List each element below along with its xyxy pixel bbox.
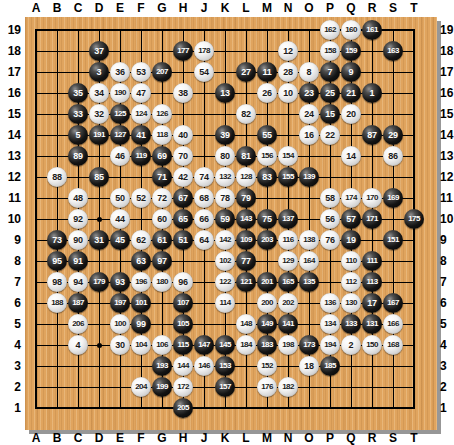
stone-E16[interactable]: 190 — [110, 83, 130, 103]
stone-N17[interactable]: 28 — [278, 62, 298, 82]
stone-H11[interactable]: 67 — [173, 188, 193, 208]
stone-C11[interactable]: 48 — [68, 188, 88, 208]
stone-G2[interactable]: 199 — [152, 377, 172, 397]
stone-Q8[interactable]: 110 — [341, 251, 361, 271]
stone-J10[interactable]: 66 — [194, 209, 214, 229]
stone-N9[interactable]: 116 — [278, 230, 298, 250]
stone-J17[interactable]: 54 — [194, 62, 214, 82]
stone-S6[interactable]: 167 — [383, 293, 403, 313]
move-number: 130 — [345, 299, 357, 307]
move-number: 81 — [241, 152, 251, 161]
move-number: 134 — [324, 320, 336, 328]
move-number: 171 — [366, 215, 378, 223]
stone-P3[interactable]: 185 — [320, 356, 340, 376]
move-number: 156 — [261, 152, 273, 160]
stone-Q11[interactable]: 174 — [341, 188, 361, 208]
stone-K11[interactable]: 78 — [215, 188, 235, 208]
move-number: 79 — [241, 194, 251, 203]
row-label-left-10: 10 — [0, 212, 21, 226]
stone-S18[interactable]: 163 — [383, 41, 403, 61]
stone-K6[interactable]: 114 — [215, 293, 235, 313]
move-number: 82 — [241, 110, 251, 119]
row-label-left-5: 5 — [0, 317, 21, 331]
stone-K3[interactable]: 153 — [215, 356, 235, 376]
move-number: 20 — [346, 110, 356, 119]
stone-E17[interactable]: 36 — [110, 62, 130, 82]
stone-H16[interactable]: 38 — [173, 83, 193, 103]
stone-P16[interactable]: 25 — [320, 83, 340, 103]
stone-B6[interactable]: 188 — [47, 293, 67, 313]
stone-S9[interactable]: 151 — [383, 230, 403, 250]
move-number: 17 — [367, 299, 377, 308]
stone-H12[interactable]: 42 — [173, 167, 193, 187]
move-number: 162 — [324, 26, 336, 34]
move-number: 57 — [346, 215, 356, 224]
stone-P19[interactable]: 162 — [320, 20, 340, 40]
move-number: 101 — [135, 299, 147, 307]
stone-M3[interactable]: 152 — [257, 356, 277, 376]
move-number: 73 — [52, 236, 62, 245]
stone-P14[interactable]: 22 — [320, 125, 340, 145]
move-number: 158 — [324, 47, 336, 55]
stone-P5[interactable]: 134 — [320, 314, 340, 334]
stone-M14[interactable]: 55 — [257, 125, 277, 145]
move-number: 154 — [282, 152, 294, 160]
stone-R11[interactable]: 170 — [362, 188, 382, 208]
stone-M13[interactable]: 156 — [257, 146, 277, 166]
stone-G8[interactable]: 97 — [152, 251, 172, 271]
stone-M7[interactable]: 201 — [257, 272, 277, 292]
stone-E6[interactable]: 197 — [110, 293, 130, 313]
stone-Q5[interactable]: 133 — [341, 314, 361, 334]
move-number: 174 — [345, 194, 357, 202]
move-number: 170 — [366, 194, 378, 202]
stone-H2[interactable]: 172 — [173, 377, 193, 397]
stone-L11[interactable]: 79 — [236, 188, 256, 208]
stone-L5[interactable]: 148 — [236, 314, 256, 334]
move-number: 92 — [73, 215, 83, 224]
stone-E5[interactable]: 100 — [110, 314, 130, 334]
stone-T10[interactable]: 175 — [404, 209, 424, 229]
stone-D7[interactable]: 179 — [89, 272, 109, 292]
stone-L4[interactable]: 184 — [236, 335, 256, 355]
stone-O16[interactable]: 23 — [299, 83, 319, 103]
stone-O7[interactable]: 135 — [299, 272, 319, 292]
stone-O8[interactable]: 164 — [299, 251, 319, 271]
stone-R10[interactable]: 171 — [362, 209, 382, 229]
stone-Q17[interactable]: 9 — [341, 62, 361, 82]
stone-N13[interactable]: 154 — [278, 146, 298, 166]
stone-L8[interactable]: 77 — [236, 251, 256, 271]
row-label-left-11: 11 — [0, 191, 21, 205]
stone-S11[interactable]: 169 — [383, 188, 403, 208]
move-number: 144 — [177, 362, 189, 370]
stone-N16[interactable]: 10 — [278, 83, 298, 103]
stone-F16[interactable]: 47 — [131, 83, 151, 103]
stone-R8[interactable]: 111 — [362, 251, 382, 271]
move-number: 59 — [220, 215, 230, 224]
stone-M16[interactable]: 26 — [257, 83, 277, 103]
move-number: 110 — [345, 257, 356, 265]
stone-C7[interactable]: 94 — [68, 272, 88, 292]
stone-E9[interactable]: 45 — [110, 230, 130, 250]
move-number: 65 — [178, 215, 188, 224]
col-label-top-K: K — [215, 1, 235, 15]
stone-M10[interactable]: 75 — [257, 209, 277, 229]
move-number: 38 — [178, 89, 188, 98]
move-number: 8 — [307, 68, 312, 77]
col-label-top-E: E — [110, 1, 130, 15]
move-number: 178 — [198, 47, 210, 55]
move-number: 94 — [73, 278, 83, 287]
move-number: 34 — [94, 89, 104, 98]
stone-N10[interactable]: 137 — [278, 209, 298, 229]
move-number: 104 — [135, 341, 147, 349]
move-number: 137 — [282, 215, 294, 223]
stone-C8[interactable]: 91 — [68, 251, 88, 271]
stone-O9[interactable]: 138 — [299, 230, 319, 250]
stone-E15[interactable]: 125 — [110, 104, 130, 124]
stone-J11[interactable]: 68 — [194, 188, 214, 208]
stone-E10[interactable]: 44 — [110, 209, 130, 229]
stone-H1[interactable]: 205 — [173, 398, 193, 418]
stone-E11[interactable]: 50 — [110, 188, 130, 208]
go-board[interactable]: 1234578910111213141516171819202122232425… — [25, 17, 437, 430]
stone-D14[interactable]: 191 — [89, 125, 109, 145]
stone-C6[interactable]: 187 — [68, 293, 88, 313]
stone-O15[interactable]: 24 — [299, 104, 319, 124]
stone-K10[interactable]: 59 — [215, 209, 235, 229]
stone-Q9[interactable]: 19 — [341, 230, 361, 250]
move-number: 60 — [157, 215, 167, 224]
stone-S4[interactable]: 168 — [383, 335, 403, 355]
move-number: 146 — [198, 362, 210, 370]
stone-F13[interactable]: 119 — [131, 146, 151, 166]
stone-C15[interactable]: 33 — [68, 104, 88, 124]
stone-H14[interactable]: 40 — [173, 125, 193, 145]
move-number: 36 — [115, 68, 125, 77]
stone-H9[interactable]: 51 — [173, 230, 193, 250]
move-number: 56 — [325, 215, 335, 224]
move-number: 205 — [177, 404, 189, 412]
stone-Q16[interactable]: 21 — [341, 83, 361, 103]
move-number: 31 — [94, 236, 104, 245]
stone-J12[interactable]: 74 — [194, 167, 214, 187]
stone-Q4[interactable]: 2 — [341, 335, 361, 355]
move-number: 83 — [262, 173, 272, 182]
move-number: 141 — [282, 320, 294, 328]
move-number: 143 — [240, 215, 252, 223]
stone-H5[interactable]: 105 — [173, 314, 193, 334]
stone-C9[interactable]: 90 — [68, 230, 88, 250]
move-number: 112 — [345, 278, 356, 286]
move-number: 54 — [199, 68, 209, 77]
col-label-bottom-B: B — [47, 431, 67, 445]
stone-G7[interactable]: 180 — [152, 272, 172, 292]
move-number: 67 — [178, 194, 188, 203]
stone-G11[interactable]: 72 — [152, 188, 172, 208]
stone-K16[interactable]: 13 — [215, 83, 235, 103]
stone-O17[interactable]: 8 — [299, 62, 319, 82]
stone-N7[interactable]: 165 — [278, 272, 298, 292]
stone-P6[interactable]: 136 — [320, 293, 340, 313]
stone-M5[interactable]: 149 — [257, 314, 277, 334]
move-number: 164 — [303, 257, 315, 265]
stone-R14[interactable]: 87 — [362, 125, 382, 145]
stone-H7[interactable]: 96 — [173, 272, 193, 292]
stone-K4[interactable]: 145 — [215, 335, 235, 355]
stone-N18[interactable]: 12 — [278, 41, 298, 61]
col-label-top-P: P — [320, 1, 340, 15]
stone-F6[interactable]: 101 — [131, 293, 151, 313]
stone-O4[interactable]: 173 — [299, 335, 319, 355]
move-number: 52 — [136, 194, 146, 203]
row-label-left-1: 1 — [0, 401, 21, 415]
stone-K2[interactable]: 157 — [215, 377, 235, 397]
move-number: 37 — [94, 47, 104, 56]
stone-M2[interactable]: 176 — [257, 377, 277, 397]
col-label-bottom-E: E — [110, 431, 130, 445]
move-number: 206 — [72, 320, 84, 328]
stone-N6[interactable]: 202 — [278, 293, 298, 313]
move-number: 2 — [349, 341, 354, 350]
stone-P9[interactable]: 76 — [320, 230, 340, 250]
stone-L10[interactable]: 143 — [236, 209, 256, 229]
stone-F4[interactable]: 104 — [131, 335, 151, 355]
stone-F11[interactable]: 52 — [131, 188, 151, 208]
stone-F7[interactable]: 196 — [131, 272, 151, 292]
stone-L17[interactable]: 27 — [236, 62, 256, 82]
stone-C5[interactable]: 206 — [68, 314, 88, 334]
stone-D17[interactable]: 3 — [89, 62, 109, 82]
move-number: 76 — [325, 236, 335, 245]
stone-P10[interactable]: 56 — [320, 209, 340, 229]
stone-C10[interactable]: 92 — [68, 209, 88, 229]
stone-F15[interactable]: 124 — [131, 104, 151, 124]
stone-R5[interactable]: 131 — [362, 314, 382, 334]
stone-R6[interactable]: 17 — [362, 293, 382, 313]
stone-J18[interactable]: 178 — [194, 41, 214, 61]
move-number: 72 — [157, 194, 167, 203]
stone-F2[interactable]: 204 — [131, 377, 151, 397]
stone-H4[interactable]: 115 — [173, 335, 193, 355]
stone-O3[interactable]: 18 — [299, 356, 319, 376]
move-number: 153 — [219, 362, 231, 370]
stone-P4[interactable]: 194 — [320, 335, 340, 355]
stone-Q6[interactable]: 130 — [341, 293, 361, 313]
stone-J4[interactable]: 147 — [194, 335, 214, 355]
stone-J9[interactable]: 64 — [194, 230, 214, 250]
stone-R4[interactable]: 150 — [362, 335, 382, 355]
stone-Q19[interactable]: 160 — [341, 20, 361, 40]
stone-K14[interactable]: 39 — [215, 125, 235, 145]
move-number: 80 — [220, 152, 230, 161]
stone-C14[interactable]: 5 — [68, 125, 88, 145]
stone-L13[interactable]: 81 — [236, 146, 256, 166]
stone-Q18[interactable]: 159 — [341, 41, 361, 61]
move-number: 41 — [136, 131, 146, 140]
stone-B7[interactable]: 98 — [47, 272, 67, 292]
stone-K8[interactable]: 102 — [215, 251, 235, 271]
stone-D9[interactable]: 31 — [89, 230, 109, 250]
stone-L12[interactable]: 128 — [236, 167, 256, 187]
stone-E4[interactable]: 30 — [110, 335, 130, 355]
stone-E14[interactable]: 127 — [110, 125, 130, 145]
stone-C4[interactable]: 4 — [68, 335, 88, 355]
move-number: 201 — [261, 278, 273, 286]
row-label-right-11: 11 — [440, 191, 454, 205]
stone-F14[interactable]: 41 — [131, 125, 151, 145]
stone-Q15[interactable]: 20 — [341, 104, 361, 124]
col-label-bottom-M: M — [257, 431, 277, 445]
stone-F17[interactable]: 53 — [131, 62, 151, 82]
stone-Q10[interactable]: 57 — [341, 209, 361, 229]
stone-P15[interactable]: 15 — [320, 104, 340, 124]
move-number: 10 — [283, 89, 293, 98]
stone-R7[interactable]: 113 — [362, 272, 382, 292]
stone-G14[interactable]: 118 — [152, 125, 172, 145]
stone-R19[interactable]: 161 — [362, 20, 382, 40]
move-number: 96 — [178, 278, 188, 287]
stone-M9[interactable]: 203 — [257, 230, 277, 250]
stone-O14[interactable]: 16 — [299, 125, 319, 145]
stone-G4[interactable]: 106 — [152, 335, 172, 355]
col-label-top-D: D — [89, 1, 109, 15]
stone-G9[interactable]: 61 — [152, 230, 172, 250]
stone-D12[interactable]: 85 — [89, 167, 109, 187]
stone-B9[interactable]: 73 — [47, 230, 67, 250]
stone-F8[interactable]: 63 — [131, 251, 151, 271]
col-label-bottom-A: A — [26, 431, 46, 445]
stone-H3[interactable]: 144 — [173, 356, 193, 376]
move-number: 78 — [220, 194, 230, 203]
stone-B8[interactable]: 95 — [47, 251, 67, 271]
stone-H18[interactable]: 177 — [173, 41, 193, 61]
stone-Q13[interactable]: 14 — [341, 146, 361, 166]
col-label-top-R: R — [362, 1, 382, 15]
move-number: 23 — [304, 89, 314, 98]
col-label-bottom-F: F — [131, 431, 151, 445]
stone-P18[interactable]: 158 — [320, 41, 340, 61]
stone-C13[interactable]: 89 — [68, 146, 88, 166]
stone-N12[interactable]: 155 — [278, 167, 298, 187]
row-label-left-7: 7 — [0, 275, 21, 289]
stone-E13[interactable]: 46 — [110, 146, 130, 166]
move-number: 39 — [220, 131, 230, 140]
stone-K13[interactable]: 80 — [215, 146, 235, 166]
move-number: 46 — [115, 152, 125, 161]
move-number: 128 — [240, 173, 252, 181]
move-number: 157 — [219, 383, 231, 391]
move-number: 105 — [177, 320, 189, 328]
move-number: 88 — [52, 173, 62, 182]
move-number: 207 — [156, 68, 168, 76]
stone-G15[interactable]: 126 — [152, 104, 172, 124]
stone-M4[interactable]: 183 — [257, 335, 277, 355]
stone-G13[interactable]: 69 — [152, 146, 172, 166]
stone-K12[interactable]: 132 — [215, 167, 235, 187]
stone-F9[interactable]: 62 — [131, 230, 151, 250]
stone-K9[interactable]: 142 — [215, 230, 235, 250]
move-number: 62 — [136, 236, 146, 245]
col-label-top-L: L — [236, 1, 256, 15]
stone-B12[interactable]: 88 — [47, 167, 67, 187]
stone-H10[interactable]: 65 — [173, 209, 193, 229]
col-label-bottom-H: H — [173, 431, 193, 445]
stone-S14[interactable]: 29 — [383, 125, 403, 145]
move-number: 179 — [93, 278, 105, 286]
stone-L9[interactable]: 109 — [236, 230, 256, 250]
stone-N2[interactable]: 182 — [278, 377, 298, 397]
stone-M12[interactable]: 83 — [257, 167, 277, 187]
stone-N8[interactable]: 129 — [278, 251, 298, 271]
stone-H13[interactable]: 70 — [173, 146, 193, 166]
move-number: 85 — [94, 173, 104, 182]
move-number: 27 — [241, 68, 251, 77]
stone-N4[interactable]: 198 — [278, 335, 298, 355]
stone-D18[interactable]: 37 — [89, 41, 109, 61]
stone-R16[interactable]: 1 — [362, 83, 382, 103]
stone-Q7[interactable]: 112 — [341, 272, 361, 292]
move-number: 90 — [73, 236, 83, 245]
stone-S5[interactable]: 166 — [383, 314, 403, 334]
stone-S13[interactable]: 86 — [383, 146, 403, 166]
stone-J3[interactable]: 146 — [194, 356, 214, 376]
stone-P17[interactable]: 7 — [320, 62, 340, 82]
stone-N5[interactable]: 141 — [278, 314, 298, 334]
row-label-left-17: 17 — [0, 65, 21, 79]
stone-G10[interactable]: 60 — [152, 209, 172, 229]
stone-O12[interactable]: 139 — [299, 167, 319, 187]
move-number: 87 — [367, 131, 377, 140]
move-number: 70 — [178, 152, 188, 161]
stone-D15[interactable]: 32 — [89, 104, 109, 124]
stone-G12[interactable]: 71 — [152, 167, 172, 187]
col-label-top-T: T — [404, 1, 424, 15]
stone-F5[interactable]: 99 — [131, 314, 151, 334]
row-label-right-18: 18 — [440, 44, 454, 58]
row-label-left-18: 18 — [0, 44, 21, 58]
stone-G17[interactable]: 207 — [152, 62, 172, 82]
stone-C16[interactable]: 35 — [68, 83, 88, 103]
stone-E7[interactable]: 93 — [110, 272, 130, 292]
move-number: 155 — [282, 173, 294, 181]
stone-M17[interactable]: 11 — [257, 62, 277, 82]
row-label-right-5: 5 — [440, 317, 454, 331]
stone-D16[interactable]: 34 — [89, 83, 109, 103]
move-number: 145 — [219, 341, 231, 349]
stone-L7[interactable]: 121 — [236, 272, 256, 292]
move-number: 150 — [366, 341, 378, 349]
move-number: 33 — [73, 110, 83, 119]
stone-P11[interactable]: 58 — [320, 188, 340, 208]
move-number: 53 — [136, 68, 146, 77]
move-number: 15 — [325, 110, 335, 119]
move-number: 152 — [261, 362, 273, 370]
col-label-top-H: H — [173, 1, 193, 15]
stone-M6[interactable]: 200 — [257, 293, 277, 313]
move-number: 74 — [199, 173, 209, 182]
stone-G3[interactable]: 193 — [152, 356, 172, 376]
col-label-bottom-P: P — [320, 431, 340, 445]
move-number: 16 — [304, 131, 314, 140]
move-number: 194 — [324, 341, 336, 349]
stone-H6[interactable]: 107 — [173, 293, 193, 313]
move-number: 163 — [387, 47, 399, 55]
move-number: 100 — [114, 320, 126, 328]
stone-K7[interactable]: 122 — [215, 272, 235, 292]
stone-L15[interactable]: 82 — [236, 104, 256, 124]
